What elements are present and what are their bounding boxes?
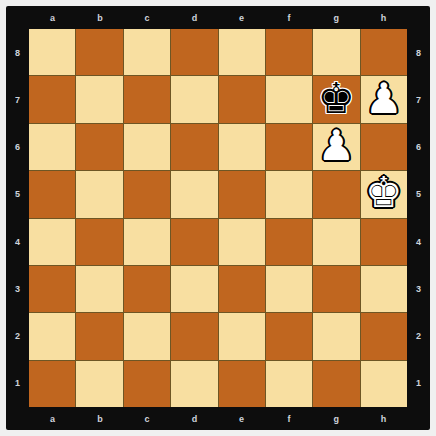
file-label-h-top: h <box>360 6 407 29</box>
file-label-f-bottom: f <box>265 407 312 430</box>
square-c1[interactable] <box>124 361 170 407</box>
square-d3[interactable] <box>171 266 217 312</box>
square-h4[interactable] <box>361 219 407 265</box>
rank-label-2-left: 2 <box>6 313 29 360</box>
square-g5[interactable] <box>313 171 359 217</box>
file-label-c-top: c <box>124 6 171 29</box>
file-label-a-bottom: a <box>29 407 76 430</box>
square-h5[interactable]: ♚ <box>361 171 407 217</box>
square-c3[interactable] <box>124 266 170 312</box>
square-e2[interactable] <box>219 313 265 359</box>
square-f2[interactable] <box>266 313 312 359</box>
rank-labels-left: 87654321 <box>6 29 29 407</box>
white-king-h5[interactable]: ♚ <box>365 172 403 214</box>
rank-label-8-left: 8 <box>6 29 29 76</box>
file-labels-top: abcdefgh <box>29 6 407 29</box>
square-e4[interactable] <box>219 219 265 265</box>
square-g3[interactable] <box>313 266 359 312</box>
square-g7[interactable]: ♚ <box>313 76 359 122</box>
square-a3[interactable] <box>29 266 75 312</box>
file-label-b-bottom: b <box>76 407 123 430</box>
rank-label-7-right: 7 <box>407 76 430 123</box>
file-label-h-bottom: h <box>360 407 407 430</box>
square-f3[interactable] <box>266 266 312 312</box>
rank-labels-right: 87654321 <box>407 29 430 407</box>
rank-label-2-right: 2 <box>407 313 430 360</box>
file-label-a-top: a <box>29 6 76 29</box>
square-d4[interactable] <box>171 219 217 265</box>
rank-label-3-right: 3 <box>407 265 430 312</box>
square-g1[interactable] <box>313 361 359 407</box>
file-label-b-top: b <box>76 6 123 29</box>
square-e1[interactable] <box>219 361 265 407</box>
square-f7[interactable] <box>266 76 312 122</box>
square-b6[interactable] <box>76 124 122 170</box>
white-pawn-g6[interactable]: ♟ <box>318 125 356 167</box>
square-e7[interactable] <box>219 76 265 122</box>
square-b8[interactable] <box>76 29 122 75</box>
square-g8[interactable] <box>313 29 359 75</box>
square-f4[interactable] <box>266 219 312 265</box>
square-a1[interactable] <box>29 361 75 407</box>
square-e6[interactable] <box>219 124 265 170</box>
rank-label-1-right: 1 <box>407 360 430 407</box>
square-h8[interactable] <box>361 29 407 75</box>
rank-label-6-left: 6 <box>6 124 29 171</box>
square-a4[interactable] <box>29 219 75 265</box>
square-f8[interactable] <box>266 29 312 75</box>
square-b1[interactable] <box>76 361 122 407</box>
square-c8[interactable] <box>124 29 170 75</box>
square-a2[interactable] <box>29 313 75 359</box>
square-e5[interactable] <box>219 171 265 217</box>
black-king-g7[interactable]: ♚ <box>318 78 356 120</box>
square-c2[interactable] <box>124 313 170 359</box>
file-labels-bottom: abcdefgh <box>29 407 407 430</box>
file-label-d-bottom: d <box>171 407 218 430</box>
rank-label-4-right: 4 <box>407 218 430 265</box>
square-b4[interactable] <box>76 219 122 265</box>
square-f5[interactable] <box>266 171 312 217</box>
file-label-e-top: e <box>218 6 265 29</box>
square-b7[interactable] <box>76 76 122 122</box>
square-d8[interactable] <box>171 29 217 75</box>
square-h3[interactable] <box>361 266 407 312</box>
square-d5[interactable] <box>171 171 217 217</box>
square-a5[interactable] <box>29 171 75 217</box>
square-f1[interactable] <box>266 361 312 407</box>
file-label-f-top: f <box>265 6 312 29</box>
file-label-g-bottom: g <box>313 407 360 430</box>
square-f6[interactable] <box>266 124 312 170</box>
square-d6[interactable] <box>171 124 217 170</box>
square-b2[interactable] <box>76 313 122 359</box>
rank-label-8-right: 8 <box>407 29 430 76</box>
square-c7[interactable] <box>124 76 170 122</box>
file-label-d-top: d <box>171 6 218 29</box>
rank-label-5-left: 5 <box>6 171 29 218</box>
square-h7[interactable]: ♟ <box>361 76 407 122</box>
square-h6[interactable] <box>361 124 407 170</box>
square-d2[interactable] <box>171 313 217 359</box>
board-frame: abcdefgh abcdefgh 87654321 87654321 ♚♟♟♚ <box>6 6 430 430</box>
square-d7[interactable] <box>171 76 217 122</box>
rank-label-1-left: 1 <box>6 360 29 407</box>
rank-label-5-right: 5 <box>407 171 430 218</box>
square-b5[interactable] <box>76 171 122 217</box>
square-g4[interactable] <box>313 219 359 265</box>
square-e3[interactable] <box>219 266 265 312</box>
file-label-c-bottom: c <box>124 407 171 430</box>
square-c6[interactable] <box>124 124 170 170</box>
square-c5[interactable] <box>124 171 170 217</box>
square-g6[interactable]: ♟ <box>313 124 359 170</box>
file-label-g-top: g <box>313 6 360 29</box>
square-h2[interactable] <box>361 313 407 359</box>
square-a6[interactable] <box>29 124 75 170</box>
square-c4[interactable] <box>124 219 170 265</box>
chess-board: ♚♟♟♚ <box>29 29 407 407</box>
rank-label-3-left: 3 <box>6 265 29 312</box>
square-g2[interactable] <box>313 313 359 359</box>
square-a7[interactable] <box>29 76 75 122</box>
square-h1[interactable] <box>361 361 407 407</box>
square-b3[interactable] <box>76 266 122 312</box>
square-d1[interactable] <box>171 361 217 407</box>
white-pawn-h7[interactable]: ♟ <box>365 78 403 120</box>
rank-label-7-left: 7 <box>6 76 29 123</box>
rank-label-6-right: 6 <box>407 124 430 171</box>
square-e8[interactable] <box>219 29 265 75</box>
square-a8[interactable] <box>29 29 75 75</box>
file-label-e-bottom: e <box>218 407 265 430</box>
rank-label-4-left: 4 <box>6 218 29 265</box>
